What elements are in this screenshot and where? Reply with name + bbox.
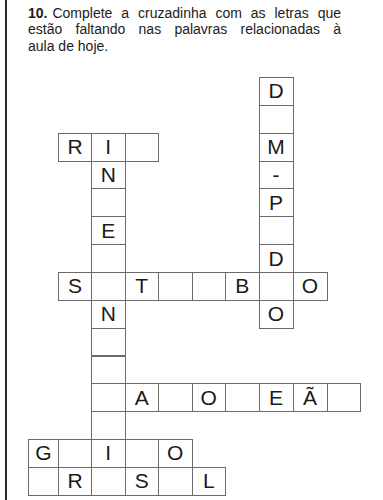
grid-cell-letter: R: [58, 133, 92, 162]
grid-cell-empty[interactable]: [58, 439, 92, 468]
grid-cell-letter: O: [192, 383, 227, 412]
grid-cell-empty[interactable]: [158, 383, 193, 412]
grid-cell-letter: N: [91, 161, 126, 190]
grid-cell-letter: M: [259, 133, 294, 162]
grid-cell-empty[interactable]: [91, 272, 126, 301]
grid-cell-empty[interactable]: [91, 328, 126, 357]
grid-cell-letter: Ã: [293, 383, 328, 412]
grid-cell-letter: D: [259, 244, 294, 273]
grid-cell-letter: -: [259, 161, 294, 190]
grid-cell-letter: S: [125, 467, 160, 496]
grid-cell-empty[interactable]: [225, 383, 260, 412]
grid-cell-letter: A: [125, 383, 160, 412]
grid-cell-letter: R: [58, 467, 92, 496]
grid-cell-letter: E: [91, 216, 126, 245]
grid-cell-letter: D: [259, 77, 294, 106]
grid-cell-letter: S: [58, 272, 92, 301]
crossword-grid: DRIMN-PEDSTBONOAOEÃGIORSL: [0, 0, 383, 500]
grid-cell-empty[interactable]: [259, 105, 294, 134]
grid-cell-letter: O: [259, 300, 294, 329]
grid-cell-letter: I: [91, 133, 126, 162]
grid-cell-empty[interactable]: [91, 411, 126, 440]
grid-cell-letter: O: [158, 439, 193, 468]
grid-cell-letter: T: [125, 272, 160, 301]
grid-cell-letter: N: [91, 300, 126, 329]
grid-cell-empty[interactable]: [28, 467, 59, 496]
grid-cell-empty[interactable]: [158, 272, 193, 301]
grid-cell-empty[interactable]: [91, 467, 126, 496]
grid-cell-empty[interactable]: [259, 216, 294, 245]
grid-cell-empty[interactable]: [327, 383, 362, 412]
grid-cell-letter: I: [91, 439, 126, 468]
grid-cell-empty[interactable]: [125, 133, 160, 162]
grid-cell-empty[interactable]: [158, 467, 193, 496]
grid-cell-empty[interactable]: [91, 383, 126, 412]
grid-cell-letter: P: [259, 188, 294, 217]
grid-cell-letter: G: [28, 439, 59, 468]
grid-cell-letter: B: [225, 272, 260, 301]
grid-cell-empty[interactable]: [192, 272, 227, 301]
grid-cell-letter: E: [259, 383, 294, 412]
worksheet-page: 10.Complete a cruzadinha com as letras q…: [0, 0, 383, 500]
grid-cell-empty[interactable]: [125, 439, 160, 468]
grid-cell-empty[interactable]: [259, 272, 294, 301]
grid-cell-empty[interactable]: [91, 356, 126, 385]
grid-cell-empty[interactable]: [91, 244, 126, 273]
grid-cell-empty[interactable]: [91, 188, 126, 217]
grid-cell-letter: L: [192, 467, 227, 496]
grid-cell-letter: O: [293, 272, 328, 301]
